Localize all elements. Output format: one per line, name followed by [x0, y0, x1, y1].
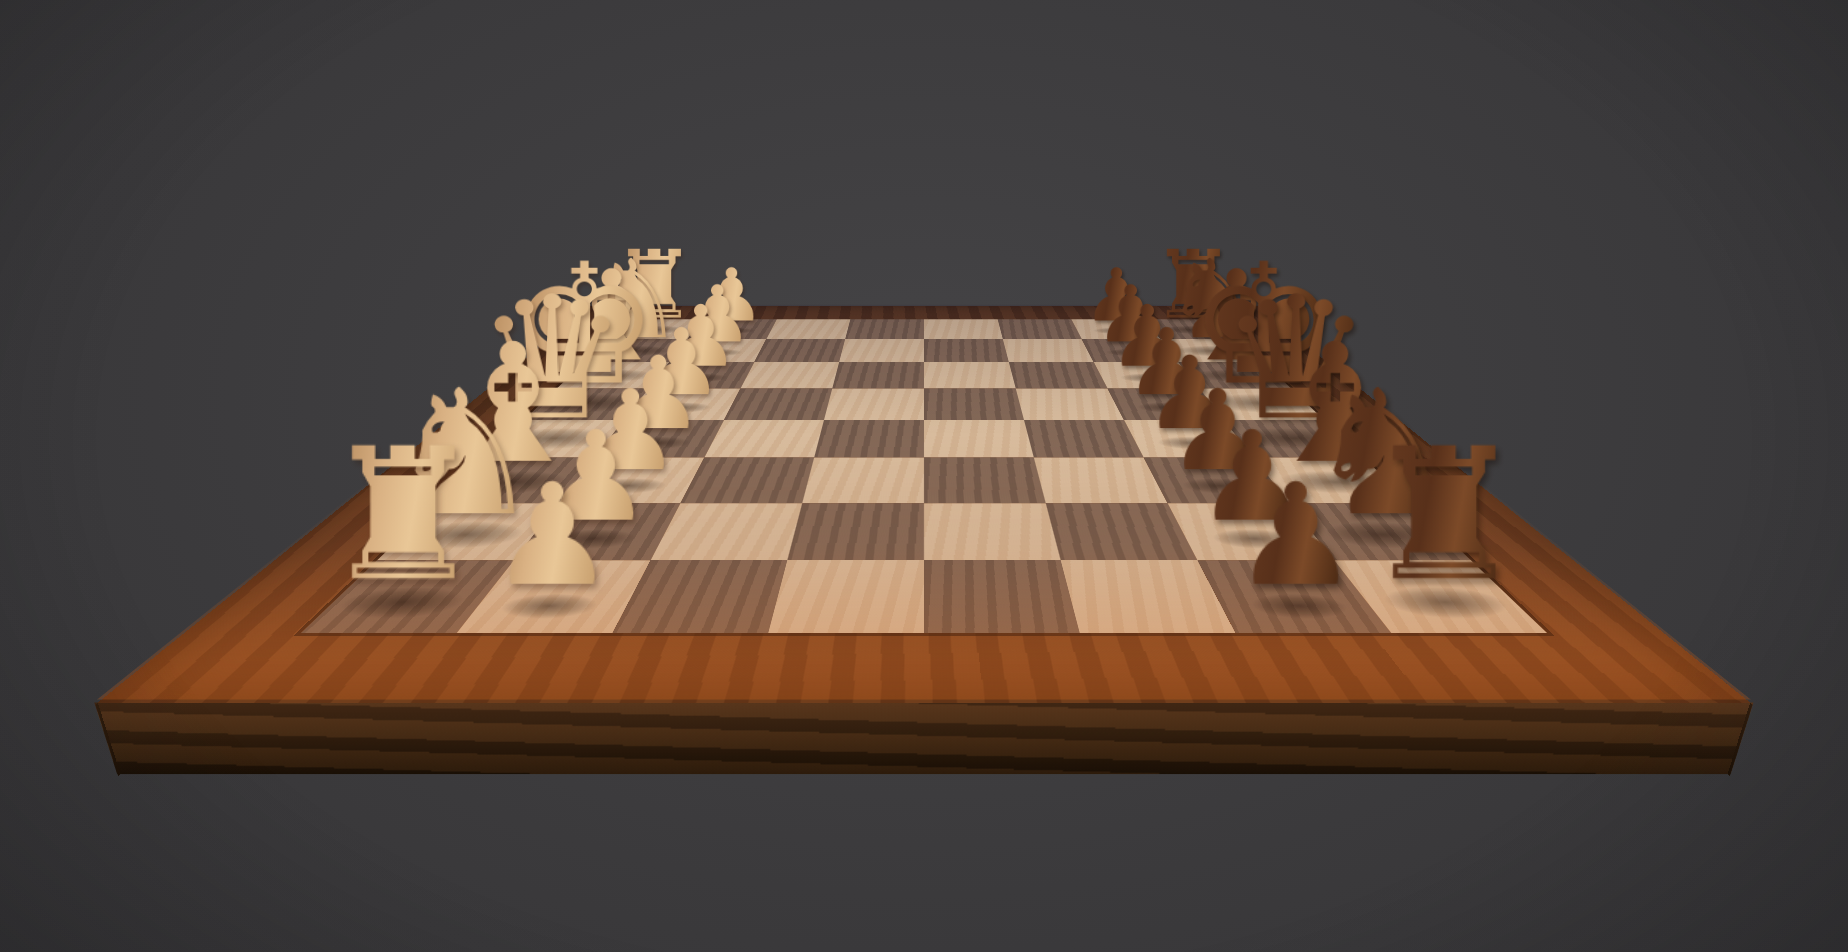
square-h4[interactable]	[845, 319, 924, 339]
square-f4[interactable]	[832, 362, 924, 389]
square-e5[interactable]	[924, 389, 1024, 420]
render-scene: ♜♟♟♜♞♟♟♞♝♟♟♝♚♟♟♚♛♟♟♛♝♟♟♝♞♟♟♞♜♟♟♜	[0, 0, 1848, 952]
square-b4[interactable]	[787, 503, 924, 560]
square-f5[interactable]	[924, 362, 1016, 389]
chess-board: ♜♟♟♜♞♟♟♞♝♟♟♝♚♟♟♚♛♟♟♛♝♟♟♝♞♟♟♞♜♟♟♜	[98, 306, 1750, 703]
square-a5[interactable]	[924, 560, 1080, 633]
square-e3[interactable]	[724, 389, 832, 420]
square-a4[interactable]	[768, 560, 924, 633]
square-h5[interactable]	[924, 319, 1003, 339]
square-f6[interactable]	[1009, 362, 1108, 389]
square-d6[interactable]	[1024, 420, 1144, 458]
white-rook[interactable]: ♜	[322, 425, 485, 606]
square-g5[interactable]	[924, 339, 1009, 362]
black-rook[interactable]: ♜	[1363, 425, 1526, 606]
square-d3[interactable]	[704, 420, 824, 458]
square-e4[interactable]	[824, 389, 924, 420]
board-front-edge	[94, 703, 1753, 775]
square-b5[interactable]	[924, 503, 1061, 560]
playing-area: ♜♟♟♜♞♟♟♞♝♟♟♝♚♟♟♚♛♟♟♛♝♟♟♝♞♟♟♞♜♟♟♜	[301, 319, 1547, 633]
square-g3[interactable]	[754, 339, 845, 362]
white-pawn[interactable]: ♟	[489, 465, 616, 606]
square-d4[interactable]	[814, 420, 924, 458]
square-d5[interactable]	[924, 420, 1034, 458]
square-h6[interactable]	[998, 319, 1082, 339]
square-c5[interactable]	[924, 458, 1046, 504]
square-h3[interactable]	[766, 319, 850, 339]
black-pawn[interactable]: ♟	[1232, 465, 1359, 606]
square-g6[interactable]	[1003, 339, 1094, 362]
square-g4[interactable]	[839, 339, 924, 362]
square-f3[interactable]	[740, 362, 839, 389]
square-a6[interactable]	[1061, 560, 1236, 633]
square-e6[interactable]	[1016, 389, 1124, 420]
square-c3[interactable]	[680, 458, 814, 504]
square-c4[interactable]	[802, 458, 924, 504]
square-a3[interactable]	[612, 560, 787, 633]
